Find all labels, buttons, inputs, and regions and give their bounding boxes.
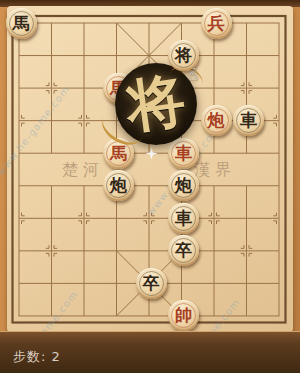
piece-glyph: 炮 [110,177,127,194]
check-badge-character: 将 [122,61,190,146]
piece-glyph: 馬 [110,145,127,162]
piece-black-卒[interactable]: 卒 [136,268,167,299]
piece-glyph: 車 [175,210,192,227]
river-label-left: 楚河 [62,160,104,181]
piece-black-馬[interactable]: 馬 [6,8,37,39]
move-sparkle-icon [145,145,158,164]
piece-glyph: 卒 [143,275,160,292]
piece-black-車[interactable]: 車 [168,203,199,234]
piece-glyph: 車 [240,112,257,129]
piece-glyph: 炮 [175,177,192,194]
piece-glyph: 兵 [208,15,225,32]
xiangqi-board-grid[interactable] [0,0,300,373]
piece-black-車[interactable]: 車 [233,105,264,136]
piece-glyph: 将 [175,47,192,64]
piece-glyph: 車 [175,145,192,162]
piece-red-炮[interactable]: 炮 [201,105,232,136]
step-counter: 步数: 2 [13,348,61,366]
xiangqi-game-screen: 楚河 漢界 www.he-game.com www.he-game.com ww… [0,0,300,373]
check-announcement-badge: 将 [115,63,197,145]
piece-glyph: 炮 [208,112,225,129]
piece-glyph: 馬 [13,15,30,32]
piece-red-車[interactable]: 車 [168,138,199,169]
piece-red-兵[interactable]: 兵 [201,8,232,39]
river-label-right: 漢界 [194,160,236,181]
table-front-panel: 步数: 2 [0,331,300,373]
piece-glyph: 帥 [175,307,192,324]
piece-glyph: 卒 [175,242,192,259]
